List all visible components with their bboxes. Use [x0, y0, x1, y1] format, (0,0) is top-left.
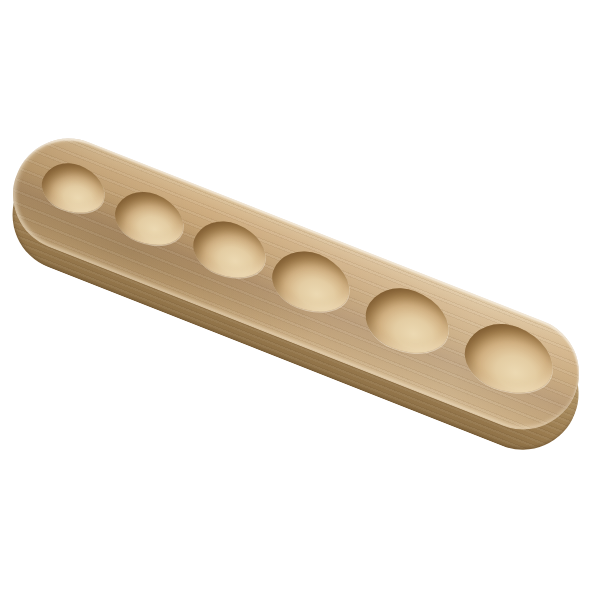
pit-2[interactable] — [108, 183, 191, 255]
board-top-face pit-row — [0, 122, 596, 446]
mancala-board — [0, 122, 596, 446]
pit-6[interactable] — [456, 312, 564, 405]
photo-background — [0, 0, 600, 600]
pit-1[interactable] — [35, 155, 112, 222]
pit-4[interactable] — [264, 241, 358, 323]
pit-3[interactable] — [186, 212, 274, 288]
pit-5[interactable] — [357, 277, 458, 365]
